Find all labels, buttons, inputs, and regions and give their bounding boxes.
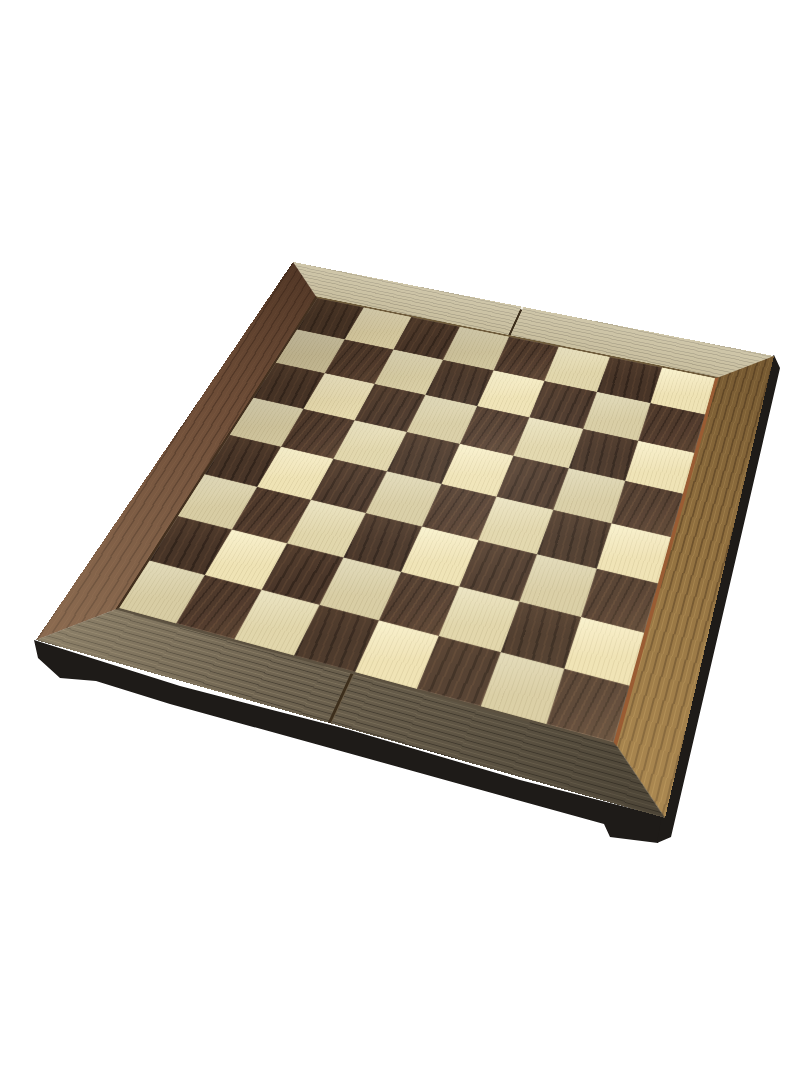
product-photo xyxy=(0,0,800,1091)
chessboard xyxy=(36,262,774,818)
